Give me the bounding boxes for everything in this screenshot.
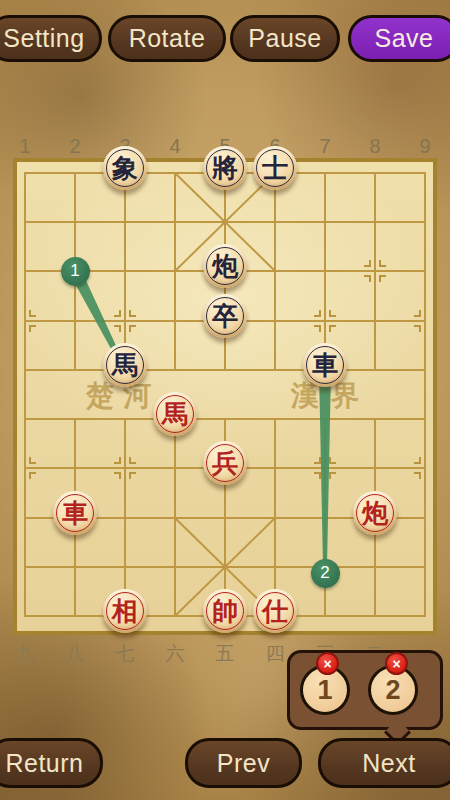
rank-label-bottom: 五	[210, 641, 240, 667]
rank-label-bottom: 八	[60, 641, 90, 667]
file-label-top: 4	[160, 135, 190, 158]
file-label-top: 6	[260, 135, 290, 158]
file-label-top: 9	[410, 135, 440, 158]
file-label-top: 8	[360, 135, 390, 158]
file-label-top: 7	[310, 135, 340, 158]
file-label-top: 2	[60, 135, 90, 158]
next-button[interactable]: Next	[318, 738, 450, 788]
pause-button[interactable]: Pause	[230, 15, 340, 62]
file-label-top: 3	[110, 135, 140, 158]
prev-button[interactable]: Prev	[185, 738, 302, 788]
rank-label-bottom: 七	[110, 641, 140, 667]
xiangqi-board[interactable]	[13, 158, 437, 635]
variation-1-close-icon[interactable]: ×	[316, 652, 339, 675]
rank-label-bottom: 六	[160, 641, 190, 667]
return-button[interactable]: Return	[0, 738, 103, 788]
rank-label-bottom: 四	[260, 641, 290, 667]
rank-label-bottom: 九	[10, 641, 40, 667]
file-label-top: 5	[210, 135, 240, 158]
variation-2-close-icon[interactable]: ×	[385, 652, 408, 675]
file-label-top: 1	[10, 135, 40, 158]
rotate-button[interactable]: Rotate	[108, 15, 226, 62]
save-button[interactable]: Save	[348, 15, 450, 62]
app-screen: Setting Rotate Pause Save 楚河漢界123456789九…	[0, 0, 450, 800]
setting-button[interactable]: Setting	[0, 15, 102, 62]
